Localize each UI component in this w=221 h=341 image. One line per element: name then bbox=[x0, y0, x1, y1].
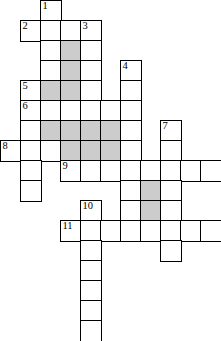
clue-number: 8 bbox=[3, 141, 8, 152]
grid-cell[interactable] bbox=[60, 100, 82, 122]
clue-number: 5 bbox=[23, 81, 28, 92]
grid-cell[interactable] bbox=[120, 200, 142, 222]
grid-cell[interactable] bbox=[100, 160, 122, 182]
grid-cell[interactable] bbox=[40, 120, 62, 142]
grid-cell[interactable] bbox=[120, 100, 142, 122]
clue-number: 9 bbox=[63, 161, 68, 172]
grid-cell[interactable] bbox=[200, 220, 221, 242]
clue-number: 3 bbox=[83, 21, 88, 32]
grid-cell[interactable]: 5 bbox=[20, 80, 42, 102]
grid-cell[interactable] bbox=[120, 220, 142, 242]
grid-cell[interactable] bbox=[40, 40, 62, 62]
grid-cell[interactable]: 1 bbox=[40, 0, 62, 22]
grid-cell[interactable] bbox=[160, 160, 182, 182]
grid-cell[interactable] bbox=[140, 180, 162, 202]
grid-cell[interactable] bbox=[40, 140, 62, 162]
grid-cell[interactable]: 8 bbox=[0, 140, 22, 162]
grid-cell[interactable] bbox=[120, 80, 142, 102]
grid-cell[interactable] bbox=[180, 220, 202, 242]
grid-cell[interactable] bbox=[60, 60, 82, 82]
grid-cell[interactable]: 6 bbox=[20, 100, 42, 122]
grid-cell[interactable] bbox=[160, 240, 182, 262]
grid-cell[interactable] bbox=[80, 80, 102, 102]
grid-cell[interactable] bbox=[100, 100, 122, 122]
clue-number: 11 bbox=[63, 221, 73, 232]
grid-cell[interactable] bbox=[60, 120, 82, 142]
grid-cell[interactable] bbox=[80, 240, 102, 262]
grid-cell[interactable] bbox=[40, 80, 62, 102]
grid-cell[interactable] bbox=[20, 120, 42, 142]
crossword-page: 1234567891011 bbox=[0, 0, 221, 341]
grid-cell[interactable] bbox=[20, 140, 42, 162]
grid-cell[interactable] bbox=[100, 140, 122, 162]
grid-cell[interactable] bbox=[40, 60, 62, 82]
grid-cell[interactable] bbox=[60, 140, 82, 162]
grid-cell[interactable] bbox=[160, 220, 182, 242]
grid-cell[interactable] bbox=[160, 180, 182, 202]
grid-cell[interactable] bbox=[20, 180, 42, 202]
grid-cell[interactable] bbox=[80, 60, 102, 82]
grid-cell[interactable] bbox=[40, 100, 62, 122]
grid-cell[interactable] bbox=[100, 120, 122, 142]
grid-cell[interactable] bbox=[80, 40, 102, 62]
clue-number: 2 bbox=[23, 21, 28, 32]
grid-cell[interactable] bbox=[80, 280, 102, 302]
grid-cell[interactable] bbox=[140, 200, 162, 222]
grid-cell[interactable] bbox=[20, 160, 42, 182]
clue-number: 1 bbox=[43, 1, 48, 12]
grid-cell[interactable] bbox=[40, 20, 62, 42]
grid-cell[interactable] bbox=[100, 220, 122, 242]
grid-cell[interactable] bbox=[120, 120, 142, 142]
grid-cell[interactable] bbox=[160, 140, 182, 162]
grid-cell[interactable] bbox=[60, 20, 82, 42]
grid-cell[interactable] bbox=[140, 220, 162, 242]
grid-cell[interactable]: 7 bbox=[160, 120, 182, 142]
clue-number: 6 bbox=[23, 101, 28, 112]
grid-cell[interactable]: 11 bbox=[60, 220, 82, 242]
grid-cell[interactable]: 10 bbox=[80, 200, 102, 222]
grid-cell[interactable] bbox=[180, 160, 202, 182]
grid-cell[interactable] bbox=[120, 160, 142, 182]
grid-cell[interactable] bbox=[80, 140, 102, 162]
grid-cell[interactable] bbox=[80, 160, 102, 182]
grid-cell[interactable] bbox=[80, 220, 102, 242]
grid-cell[interactable]: 4 bbox=[120, 60, 142, 82]
clue-number: 10 bbox=[83, 201, 94, 212]
grid-cell[interactable]: 3 bbox=[80, 20, 102, 42]
grid-cell[interactable]: 9 bbox=[60, 160, 82, 182]
grid-cell[interactable] bbox=[60, 80, 82, 102]
grid-cell[interactable]: 2 bbox=[20, 20, 42, 42]
grid-cell[interactable] bbox=[80, 300, 102, 322]
grid-cell[interactable] bbox=[160, 200, 182, 222]
grid-cell[interactable] bbox=[200, 160, 221, 182]
grid-cell[interactable] bbox=[80, 100, 102, 122]
grid-cell[interactable] bbox=[80, 320, 102, 341]
grid-cell[interactable] bbox=[80, 120, 102, 142]
grid-cell[interactable] bbox=[60, 40, 82, 62]
crossword-board: 1234567891011 bbox=[0, 0, 221, 341]
grid-cell[interactable] bbox=[120, 140, 142, 162]
grid-cell[interactable] bbox=[80, 260, 102, 282]
clue-number: 7 bbox=[163, 121, 168, 132]
grid-cell[interactable] bbox=[140, 160, 162, 182]
clue-number: 4 bbox=[123, 61, 128, 72]
grid-cell[interactable] bbox=[120, 180, 142, 202]
